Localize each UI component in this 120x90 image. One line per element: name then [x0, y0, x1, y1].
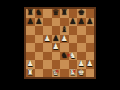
- square-g1[interactable]: ♚: [77, 69, 86, 78]
- page-background: ♜♞♛♜♚♟♟♟♟♟♝♟♟♟♟♞♞♟♟♟♜♛♜♚ ✕✕✕: [0, 0, 120, 90]
- square-g7[interactable]: ♟: [77, 18, 86, 27]
- square-a6[interactable]: [26, 26, 35, 35]
- black-knight[interactable]: ♞: [60, 52, 69, 61]
- square-e1[interactable]: [60, 69, 69, 78]
- white-pawn[interactable]: ♟: [86, 60, 95, 69]
- white-pawn[interactable]: ♟: [60, 35, 69, 44]
- white-king[interactable]: ♚: [77, 69, 86, 78]
- white-rook[interactable]: ♜: [26, 69, 35, 78]
- white-queen[interactable]: ♛: [52, 69, 61, 78]
- square-h2[interactable]: ♟: [86, 60, 95, 69]
- black-pawn[interactable]: ♟: [26, 18, 35, 27]
- chess-board[interactable]: ♜♞♛♜♚♟♟♟♟♟♝♟♟♟♟♞♞♟♟♟♜♛♜♚: [26, 9, 94, 77]
- square-d3[interactable]: [52, 52, 61, 61]
- square-e8[interactable]: ♜: [60, 9, 69, 18]
- square-h6[interactable]: [86, 26, 95, 35]
- black-pawn[interactable]: ♟: [69, 18, 78, 27]
- square-c7[interactable]: [43, 18, 52, 27]
- black-pawn[interactable]: ♟: [77, 18, 86, 27]
- square-e5[interactable]: ♟: [60, 35, 69, 44]
- chess-board-frame: ♜♞♛♜♚♟♟♟♟♟♝♟♟♟♟♞♞♟♟♟♜♛♜♚ ✕✕✕: [24, 7, 96, 79]
- square-f1[interactable]: ♜: [69, 69, 78, 78]
- black-queen[interactable]: ♛: [52, 9, 61, 18]
- square-c8[interactable]: [43, 9, 52, 18]
- square-g5[interactable]: [77, 35, 86, 44]
- square-d8[interactable]: ♛: [52, 9, 61, 18]
- white-pawn[interactable]: ♟: [43, 35, 52, 44]
- square-f7[interactable]: ♟: [69, 18, 78, 27]
- square-d7[interactable]: [52, 18, 61, 27]
- square-e2[interactable]: [60, 60, 69, 69]
- square-b7[interactable]: ♟: [35, 18, 44, 27]
- square-e3[interactable]: ♞: [60, 52, 69, 61]
- square-f6[interactable]: [69, 26, 78, 35]
- square-c3[interactable]: [43, 52, 52, 61]
- square-h4[interactable]: [86, 43, 95, 52]
- square-a4[interactable]: [26, 43, 35, 52]
- square-c5[interactable]: ♟: [43, 35, 52, 44]
- white-rook[interactable]: ♜: [69, 69, 78, 78]
- square-d4[interactable]: ♟: [52, 43, 61, 52]
- white-knight[interactable]: ♞: [69, 52, 78, 61]
- square-h7[interactable]: ♟: [86, 18, 95, 27]
- square-b4[interactable]: [35, 43, 44, 52]
- square-c4[interactable]: [43, 43, 52, 52]
- white-pawn[interactable]: ♟: [52, 43, 61, 52]
- square-f5[interactable]: [69, 35, 78, 44]
- square-b5[interactable]: [35, 35, 44, 44]
- square-b2[interactable]: [35, 60, 44, 69]
- square-h5[interactable]: [86, 35, 95, 44]
- square-b1[interactable]: [35, 69, 44, 78]
- black-pawn[interactable]: ♟: [35, 18, 44, 27]
- black-rook[interactable]: ♜: [60, 9, 69, 18]
- square-d1[interactable]: ♛: [52, 69, 61, 78]
- square-b3[interactable]: [35, 52, 44, 61]
- square-c1[interactable]: [43, 69, 52, 78]
- square-a7[interactable]: ♟: [26, 18, 35, 27]
- square-b6[interactable]: [35, 26, 44, 35]
- square-c2[interactable]: [43, 60, 52, 69]
- square-a1[interactable]: ♜: [26, 69, 35, 78]
- square-f3[interactable]: ♞: [69, 52, 78, 61]
- square-g6[interactable]: [77, 26, 86, 35]
- square-h1[interactable]: [86, 69, 95, 78]
- square-a5[interactable]: [26, 35, 35, 44]
- square-g4[interactable]: [77, 43, 86, 52]
- black-pawn[interactable]: ♟: [86, 18, 95, 27]
